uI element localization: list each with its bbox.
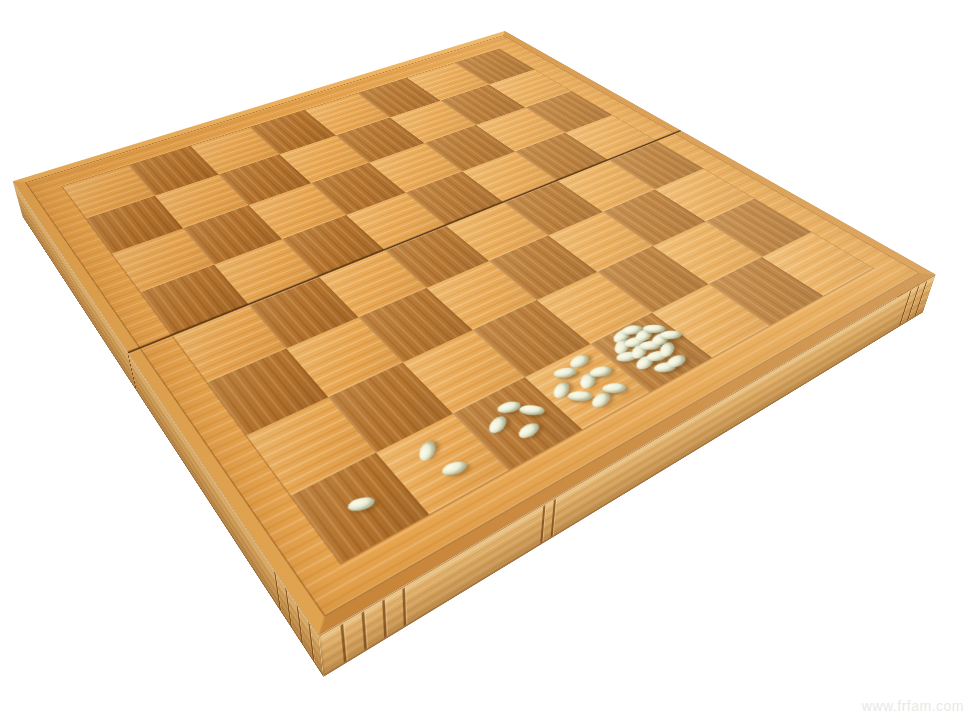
rice-grain [440,459,470,478]
rice-grain [618,323,644,336]
board-square [761,232,873,296]
rice-grain [567,352,593,369]
rice-grain [566,391,593,402]
board-square [318,250,426,317]
rice-grain [587,365,615,380]
board-square [403,330,524,413]
board-square [140,265,247,335]
rice-grain [621,335,648,350]
board-square [651,284,769,358]
rice-grain [485,414,509,435]
board-square [489,235,597,300]
rice-grain [633,354,657,372]
rice-grain [416,440,438,462]
corner-groove [402,587,406,626]
corner-groove [382,599,387,638]
board-square [112,228,214,291]
board-grid [62,49,872,563]
corner-groove [297,605,303,645]
rice-grain [633,327,657,344]
rice-grain [494,399,522,415]
rice-grain [651,360,679,374]
rice-grain [600,382,627,394]
board-square [537,272,651,344]
front-groove-pair [551,499,556,538]
chessboard-3d [13,31,936,636]
board-square [248,276,359,348]
corner-groove [362,611,367,650]
board-square [524,344,649,430]
board-square [426,261,537,330]
rice-grain [642,324,668,333]
rice-grain [658,330,684,341]
board-square [590,313,712,393]
rice-grain [637,340,664,352]
corner-groove [914,281,927,316]
rice-grain [657,341,676,359]
board-square [708,257,823,326]
rice-grain [514,421,542,441]
rice-grain [648,331,672,348]
corner-groove [308,622,314,662]
board-square [207,348,328,435]
front-groove-pair [540,505,545,544]
board-square [246,397,375,495]
rice-grain [589,390,614,410]
rice-grain [552,366,579,380]
corner-groove [899,290,912,326]
rice-grain [519,405,544,416]
board-square [453,377,582,470]
corner-groove [340,624,346,663]
board-square [358,288,472,363]
rice-grain [578,371,598,390]
board-square [172,304,285,382]
board-square [384,225,489,288]
rice-grain [629,343,649,361]
board-square [328,362,453,452]
rice-grain [613,350,640,364]
rice-grain [610,328,632,345]
rice-grain [613,338,632,356]
rice-grain [644,349,671,364]
scene-background: www.frfam.com [0,0,969,720]
corner-groove [285,588,292,628]
board-square [653,222,761,284]
board-square [213,239,318,304]
rice-grain [345,495,376,514]
rice-grain [663,352,688,369]
board-square [472,300,590,377]
board-square [291,453,429,564]
board-square [597,246,708,313]
board-square [375,413,508,514]
board-square [286,317,403,397]
watermark: www.frfam.com [862,698,964,714]
rice-grain [550,380,572,400]
